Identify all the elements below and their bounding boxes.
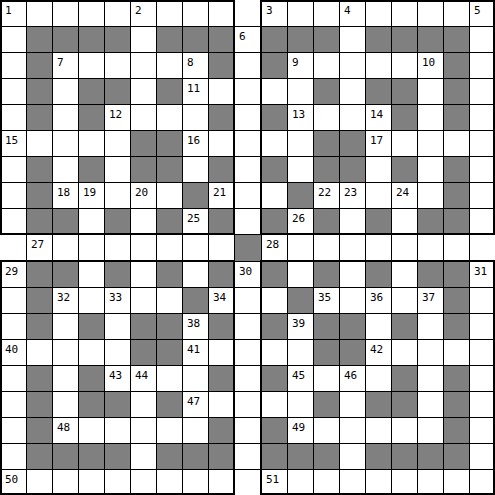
block-cell-r6c15	[391, 156, 418, 183]
cell-r5c0[interactable]: 15	[0, 130, 27, 157]
cell-r5c8[interactable]	[208, 130, 235, 157]
cell-r8c15[interactable]	[391, 208, 418, 235]
cell-r15c7[interactable]: 47	[182, 391, 209, 418]
cell-r16c14[interactable]	[365, 417, 392, 444]
block-cell-r7c17	[443, 182, 470, 209]
cell-r16c12[interactable]	[313, 417, 340, 444]
clue-number-11: 11	[187, 83, 200, 94]
cell-r4c5[interactable]	[130, 104, 157, 131]
cell-r15c16[interactable]	[417, 391, 444, 418]
cell-r18c10[interactable]: 51	[261, 469, 288, 495]
cell-r7c5[interactable]: 20	[130, 182, 157, 209]
cell-r3c0[interactable]	[0, 78, 27, 105]
cell-r13c17[interactable]	[443, 339, 470, 366]
cell-r14c11[interactable]: 45	[287, 365, 314, 392]
cell-r0c8[interactable]	[208, 0, 235, 27]
cell-r7c14[interactable]	[365, 182, 392, 209]
block-cell-r6c10	[261, 156, 288, 183]
cell-r11c0[interactable]	[0, 287, 27, 314]
block-cell-r17c14	[365, 443, 392, 470]
cell-r11c18[interactable]	[469, 287, 495, 314]
cell-r18c2[interactable]	[52, 469, 79, 495]
cell-r8c5[interactable]	[130, 208, 157, 235]
block-cell-r3c17	[443, 78, 470, 105]
clue-number-31: 31	[474, 266, 487, 277]
cell-r14c7[interactable]	[182, 365, 209, 392]
cell-r16c0[interactable]	[0, 417, 27, 444]
cell-r7c8[interactable]: 21	[208, 182, 235, 209]
cell-r4c2[interactable]	[52, 104, 79, 131]
clue-number-44: 44	[135, 370, 148, 381]
cell-r11c12[interactable]: 35	[313, 287, 340, 314]
block-cell-r8c10	[261, 208, 288, 235]
cell-r18c6[interactable]	[156, 469, 183, 495]
cell-r13c14[interactable]: 42	[365, 339, 392, 366]
cell-r5c17[interactable]	[443, 130, 470, 157]
clue-number-46: 46	[344, 370, 357, 381]
cell-r0c14[interactable]	[365, 0, 392, 27]
cell-r12c7[interactable]: 38	[182, 313, 209, 340]
cell-r3c9[interactable]	[234, 78, 262, 105]
cell-r2c14[interactable]	[365, 52, 392, 79]
cell-r16c5[interactable]	[130, 417, 157, 444]
cell-r6c14[interactable]	[365, 156, 392, 183]
cell-r0c13[interactable]: 4	[339, 0, 366, 27]
block-cell-r2c17	[443, 52, 470, 79]
cell-r2c5[interactable]	[130, 52, 157, 79]
cell-r16c3[interactable]	[78, 417, 105, 444]
block-cell-r13c6	[156, 339, 183, 366]
cell-r7c4[interactable]	[104, 182, 131, 209]
cell-r11c8[interactable]: 34	[208, 287, 235, 314]
cell-r6c4[interactable]	[104, 156, 131, 183]
cell-r9c12[interactable]	[313, 234, 340, 262]
cell-r0c11[interactable]	[287, 0, 314, 27]
cell-r5c4[interactable]	[104, 130, 131, 157]
cell-r4c11[interactable]: 13	[287, 104, 314, 131]
cell-r10c0[interactable]: 29	[0, 261, 27, 288]
cell-r18c5[interactable]	[130, 469, 157, 495]
cell-r18c14[interactable]	[365, 469, 392, 495]
clue-number-23: 23	[344, 187, 357, 198]
cell-r7c10[interactable]	[261, 182, 288, 209]
cell-r3c18[interactable]	[469, 78, 495, 105]
cell-r0c15[interactable]	[391, 0, 418, 27]
clue-number-4: 4	[344, 5, 351, 16]
cell-r18c12[interactable]	[313, 469, 340, 495]
cell-r5c15[interactable]	[391, 130, 418, 157]
cell-r2c18[interactable]	[469, 52, 495, 79]
cell-r15c18[interactable]	[469, 391, 495, 418]
cell-r15c5[interactable]	[130, 391, 157, 418]
block-cell-r8c1	[26, 208, 53, 235]
cell-r12c11[interactable]: 39	[287, 313, 314, 340]
cell-r18c17[interactable]	[443, 469, 470, 495]
cell-r18c13[interactable]	[339, 469, 366, 495]
cell-r10c5[interactable]	[130, 261, 157, 288]
clue-number-24: 24	[396, 187, 409, 198]
cell-r9c16[interactable]	[417, 234, 444, 262]
cell-r9c5[interactable]	[130, 234, 157, 262]
cell-r15c10[interactable]	[261, 391, 288, 418]
cell-r4c6[interactable]	[156, 104, 183, 131]
cell-r5c2[interactable]	[52, 130, 79, 157]
block-cell-r16c17	[443, 417, 470, 444]
cell-r11c16[interactable]: 37	[417, 287, 444, 314]
clue-number-47: 47	[187, 396, 200, 407]
block-cell-r15c17	[443, 391, 470, 418]
block-cell-r3c15	[391, 78, 418, 105]
block-cell-r17c10	[261, 443, 288, 470]
cell-r18c7[interactable]	[182, 469, 209, 495]
cell-r0c2[interactable]	[52, 0, 79, 27]
cell-r9c13[interactable]	[339, 234, 366, 262]
cell-r2c11[interactable]: 9	[287, 52, 314, 79]
cell-r5c3[interactable]	[78, 130, 105, 157]
block-cell-r12c15	[391, 313, 418, 340]
cell-r11c3[interactable]	[78, 287, 105, 314]
cell-r3c7[interactable]: 11	[182, 78, 209, 105]
cell-r1c18[interactable]	[469, 26, 495, 53]
cell-r4c0[interactable]	[0, 104, 27, 131]
block-cell-r17c16	[417, 443, 444, 470]
block-cell-r3c12	[313, 78, 340, 105]
cell-r12c14[interactable]	[365, 313, 392, 340]
clue-number-7: 7	[57, 57, 64, 68]
cell-r17c5[interactable]	[130, 443, 157, 470]
cell-r4c14[interactable]: 14	[365, 104, 392, 131]
cell-r0c17[interactable]	[443, 0, 470, 27]
block-cell-r16c1	[26, 417, 53, 444]
block-cell-r6c8	[208, 156, 235, 183]
cell-r8c18[interactable]	[469, 208, 495, 235]
cell-r3c8[interactable]	[208, 78, 235, 105]
cell-r7c6[interactable]	[156, 182, 183, 209]
cell-r0c4[interactable]	[104, 0, 131, 27]
cell-r16c4[interactable]	[104, 417, 131, 444]
cell-r0c12[interactable]	[313, 0, 340, 27]
clue-number-2: 2	[135, 5, 142, 16]
cell-r5c14[interactable]: 17	[365, 130, 392, 157]
block-cell-r2c10	[261, 52, 288, 79]
clue-number-42: 42	[370, 344, 383, 355]
cell-r9c6[interactable]	[156, 234, 183, 262]
cell-r5c1[interactable]	[26, 130, 53, 157]
cell-r4c18[interactable]	[469, 104, 495, 131]
cell-r6c7[interactable]	[182, 156, 209, 183]
cell-r8c11[interactable]: 26	[287, 208, 314, 235]
cell-r7c18[interactable]	[469, 182, 495, 209]
cell-r1c0[interactable]	[0, 26, 27, 53]
block-cell-r11c1	[26, 287, 53, 314]
cell-r10c18[interactable]: 31	[469, 261, 495, 288]
cell-r16c11[interactable]: 49	[287, 417, 314, 444]
cell-r6c16[interactable]	[417, 156, 444, 183]
cell-r5c16[interactable]	[417, 130, 444, 157]
cell-r17c9[interactable]	[234, 443, 262, 470]
cell-r13c3[interactable]	[78, 339, 105, 366]
cell-r13c7[interactable]: 41	[182, 339, 209, 366]
cell-r0c0[interactable]: 1	[0, 0, 27, 27]
cell-r2c13[interactable]	[339, 52, 366, 79]
cell-r9c11[interactable]	[287, 234, 314, 262]
cell-r18c11[interactable]	[287, 469, 314, 495]
cell-r13c10[interactable]	[261, 339, 288, 366]
cell-r9c15[interactable]	[391, 234, 418, 262]
cell-r10c11[interactable]	[287, 261, 314, 288]
cell-r6c2[interactable]	[52, 156, 79, 183]
cell-r15c9[interactable]	[234, 391, 262, 418]
cell-r11c14[interactable]: 36	[365, 287, 392, 314]
cell-r4c12[interactable]	[313, 104, 340, 131]
cell-r7c12[interactable]: 22	[313, 182, 340, 209]
cell-r18c0[interactable]: 50	[0, 469, 27, 495]
cell-r16c18[interactable]	[469, 417, 495, 444]
clue-number-12: 12	[109, 109, 122, 120]
cell-r13c11[interactable]	[287, 339, 314, 366]
cell-r0c3[interactable]	[78, 0, 105, 27]
cell-r8c13[interactable]	[339, 208, 366, 235]
cell-r14c6[interactable]	[156, 365, 183, 392]
cell-r11c15[interactable]	[391, 287, 418, 314]
cell-r14c4[interactable]: 43	[104, 365, 131, 392]
clue-number-37: 37	[422, 292, 435, 303]
cell-r16c2[interactable]: 48	[52, 417, 79, 444]
block-cell-r17c8	[208, 443, 235, 470]
cell-r2c15[interactable]	[391, 52, 418, 79]
cell-r16c15[interactable]	[391, 417, 418, 444]
cell-r3c11[interactable]	[287, 78, 314, 105]
cell-r0c18[interactable]: 5	[469, 0, 495, 27]
cell-r9c2[interactable]	[52, 234, 79, 262]
block-cell-r3c4	[104, 78, 131, 105]
cell-r7c15[interactable]: 24	[391, 182, 418, 209]
cell-r18c18[interactable]	[469, 469, 495, 495]
cell-r12c4[interactable]	[104, 313, 131, 340]
cell-r4c4[interactable]: 12	[104, 104, 131, 131]
cell-r16c9[interactable]	[234, 417, 262, 444]
cell-r2c16[interactable]: 10	[417, 52, 444, 79]
cell-r14c18[interactable]	[469, 365, 495, 392]
clue-number-29: 29	[5, 266, 18, 277]
cell-r0c5[interactable]: 2	[130, 0, 157, 27]
block-cell-r13c5	[130, 339, 157, 366]
block-cell-r17c2	[52, 443, 79, 470]
cell-r9c14[interactable]	[365, 234, 392, 262]
cell-r7c3[interactable]: 19	[78, 182, 105, 209]
cell-r6c9[interactable]	[234, 156, 262, 183]
cell-r0c7[interactable]	[182, 0, 209, 27]
block-cell-r7c7	[182, 182, 209, 209]
cell-r17c13[interactable]	[339, 443, 366, 470]
cell-r2c4[interactable]	[104, 52, 131, 79]
cell-r14c13[interactable]: 46	[339, 365, 366, 392]
cell-r0c10[interactable]: 3	[261, 0, 288, 27]
cell-r0c6[interactable]	[156, 0, 183, 27]
cell-r16c16[interactable]	[417, 417, 444, 444]
cell-r17c0[interactable]	[0, 443, 27, 470]
cell-r2c12[interactable]	[313, 52, 340, 79]
cell-r10c3[interactable]	[78, 261, 105, 288]
cell-r1c9[interactable]: 6	[234, 26, 262, 53]
cell-r13c0[interactable]: 40	[0, 339, 27, 366]
cell-r13c15[interactable]	[391, 339, 418, 366]
cell-r4c13[interactable]	[339, 104, 366, 131]
block-cell-r4c1	[26, 104, 53, 131]
cell-r7c9[interactable]	[234, 182, 262, 209]
cell-r13c9[interactable]	[234, 339, 262, 366]
cell-r11c10[interactable]	[261, 287, 288, 314]
cell-r10c15[interactable]	[391, 261, 418, 288]
block-cell-r14c8	[208, 365, 235, 392]
cell-r14c16[interactable]	[417, 365, 444, 392]
cell-r12c2[interactable]	[52, 313, 79, 340]
cell-r5c10[interactable]	[261, 130, 288, 157]
cell-r12c0[interactable]	[0, 313, 27, 340]
cell-r8c0[interactable]	[0, 208, 27, 235]
cell-r2c7[interactable]: 8	[182, 52, 209, 79]
block-cell-r6c13	[339, 156, 366, 183]
cell-r2c3[interactable]	[78, 52, 105, 79]
cell-r6c18[interactable]	[469, 156, 495, 183]
cell-r16c7[interactable]	[182, 417, 209, 444]
cell-r2c2[interactable]: 7	[52, 52, 79, 79]
block-cell-r5c6	[156, 130, 183, 157]
cell-r18c3[interactable]	[78, 469, 105, 495]
cell-r11c13[interactable]	[339, 287, 366, 314]
cell-r16c6[interactable]	[156, 417, 183, 444]
block-cell-r17c3	[78, 443, 105, 470]
clue-number-28: 28	[266, 239, 279, 250]
cell-r3c10[interactable]	[261, 78, 288, 105]
cell-r14c0[interactable]	[0, 365, 27, 392]
cell-r2c6[interactable]	[156, 52, 183, 79]
cell-r1c5[interactable]	[130, 26, 157, 53]
cell-r16c13[interactable]	[339, 417, 366, 444]
cell-r18c1[interactable]	[26, 469, 53, 495]
cell-r6c0[interactable]	[0, 156, 27, 183]
cell-r5c18[interactable]	[469, 130, 495, 157]
cell-r3c5[interactable]	[130, 78, 157, 105]
cell-r14c12[interactable]	[313, 365, 340, 392]
cell-r2c9[interactable]	[234, 52, 262, 79]
cell-r12c16[interactable]	[417, 313, 444, 340]
cell-r10c9[interactable]: 30	[234, 261, 262, 288]
cell-r14c2[interactable]	[52, 365, 79, 392]
cell-r14c14[interactable]	[365, 365, 392, 392]
cell-r0c1[interactable]	[26, 0, 53, 27]
cell-r9c17[interactable]	[443, 234, 470, 262]
cell-r12c18[interactable]	[469, 313, 495, 340]
clue-number-33: 33	[109, 292, 122, 303]
clue-number-43: 43	[109, 370, 122, 381]
block-cell-r6c17	[443, 156, 470, 183]
block-cell-r1c10	[261, 26, 288, 53]
cell-r17c18[interactable]	[469, 443, 495, 470]
block-cell-r10c8	[208, 261, 235, 288]
clue-number-9: 9	[292, 57, 299, 68]
block-cell-r1c11	[287, 26, 314, 53]
cell-r15c2[interactable]	[52, 391, 79, 418]
cell-r14c9[interactable]	[234, 365, 262, 392]
cell-r11c4[interactable]: 33	[104, 287, 131, 314]
cell-r15c11[interactable]	[287, 391, 314, 418]
cell-r3c2[interactable]	[52, 78, 79, 105]
cell-r13c8[interactable]	[208, 339, 235, 366]
cell-r13c18[interactable]	[469, 339, 495, 366]
cell-r11c9[interactable]	[234, 287, 262, 314]
block-cell-r4c15	[391, 104, 418, 131]
cell-r9c4[interactable]	[104, 234, 131, 262]
cell-r5c11[interactable]	[287, 130, 314, 157]
cell-r1c13[interactable]	[339, 26, 366, 53]
block-cell-r15c15	[391, 391, 418, 418]
block-cell-r1c8	[208, 26, 235, 53]
cell-r9c10[interactable]: 28	[261, 234, 288, 262]
cell-r10c13[interactable]	[339, 261, 366, 288]
cell-r8c3[interactable]	[78, 208, 105, 235]
cell-r9c7[interactable]	[182, 234, 209, 262]
cell-r18c15[interactable]	[391, 469, 418, 495]
block-cell-r1c3	[78, 26, 105, 53]
cell-r9c8[interactable]	[208, 234, 235, 262]
cell-r2c0[interactable]	[0, 52, 27, 79]
cell-r8c7[interactable]: 25	[182, 208, 209, 235]
cell-r11c6[interactable]	[156, 287, 183, 314]
cell-r6c11[interactable]	[287, 156, 314, 183]
block-cell-r15c3	[78, 391, 105, 418]
cell-r11c2[interactable]: 32	[52, 287, 79, 314]
cell-r18c4[interactable]	[104, 469, 131, 495]
block-cell-r12c3	[78, 313, 105, 340]
cell-r18c16[interactable]	[417, 469, 444, 495]
block-cell-r17c12	[313, 443, 340, 470]
cell-r9c1[interactable]: 27	[26, 234, 53, 262]
cell-r10c7[interactable]	[182, 261, 209, 288]
cell-r13c4[interactable]	[104, 339, 131, 366]
cell-r8c9[interactable]	[234, 208, 262, 235]
cell-r13c2[interactable]	[52, 339, 79, 366]
block-cell-r9c9	[234, 234, 262, 262]
cell-r13c1[interactable]	[26, 339, 53, 366]
cell-r13c16[interactable]	[417, 339, 444, 366]
clue-number-5: 5	[474, 5, 481, 16]
cell-r15c0[interactable]	[0, 391, 27, 418]
cell-r11c5[interactable]	[130, 287, 157, 314]
cell-r7c16[interactable]	[417, 182, 444, 209]
cell-r18c8[interactable]	[208, 469, 235, 495]
cell-r4c9[interactable]	[234, 104, 262, 131]
block-cell-r10c10	[261, 261, 288, 288]
cell-r12c9[interactable]	[234, 313, 262, 340]
block-cell-r8c4	[104, 208, 131, 235]
cell-r0c16[interactable]	[417, 0, 444, 27]
cell-r9c3[interactable]	[78, 234, 105, 262]
cell-r3c13[interactable]	[339, 78, 366, 105]
cell-r7c13[interactable]: 23	[339, 182, 366, 209]
cell-r4c16[interactable]	[417, 104, 444, 131]
cell-r15c8[interactable]	[208, 391, 235, 418]
cell-r5c7[interactable]: 16	[182, 130, 209, 157]
block-cell-r1c16	[417, 26, 444, 53]
cell-r14c5[interactable]: 44	[130, 365, 157, 392]
cell-r3c16[interactable]	[417, 78, 444, 105]
cell-r7c0[interactable]	[0, 182, 27, 209]
cell-r7c2[interactable]: 18	[52, 182, 79, 209]
cell-r5c9[interactable]	[234, 130, 262, 157]
cell-r15c13[interactable]	[339, 391, 366, 418]
cell-r4c7[interactable]	[182, 104, 209, 131]
